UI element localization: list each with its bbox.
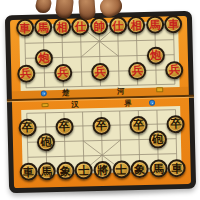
piece-red-c-f7r2[interactable]: 炮 xyxy=(146,46,164,64)
hand-finger xyxy=(78,0,96,21)
piece-black-p-f4r6[interactable]: 卒 xyxy=(92,116,110,134)
piece-black-a-f3r9[interactable]: 士 xyxy=(75,161,93,179)
piece-red-p-f4r3[interactable]: 兵 xyxy=(91,62,109,80)
piece-red-n-f1r0[interactable]: 馬 xyxy=(34,18,52,36)
piece-red-k-f4r0[interactable]: 帥 xyxy=(90,17,108,35)
piece-black-p-f0r6[interactable]: 卒 xyxy=(18,118,36,136)
piece-black-c-f1r7[interactable]: 砲 xyxy=(37,133,55,151)
piece-black-p-f8r6[interactable]: 卒 xyxy=(167,114,185,132)
piece-black-a-f5r9[interactable]: 士 xyxy=(112,160,130,178)
piece-red-b-f6r0[interactable]: 相 xyxy=(127,16,145,34)
piece-black-c-f7r7[interactable]: 砲 xyxy=(148,130,166,148)
piece-red-n-f7r0[interactable]: 馬 xyxy=(146,15,164,33)
hand-finger xyxy=(34,0,53,15)
product-photo-scene: 楚 河 汉 界 車馬相仕帥仕相馬車炮炮兵兵兵兵兵卒卒卒卒卒砲砲車馬象士將士象馬車 xyxy=(0,0,200,200)
piece-black-k-f4r9[interactable]: 將 xyxy=(93,161,111,179)
piece-red-c-f1r2[interactable]: 炮 xyxy=(35,49,53,67)
pieces-layer: 車馬相仕帥仕相馬車炮炮兵兵兵兵兵卒卒卒卒卒砲砲車馬象士將士象馬車 xyxy=(5,11,196,194)
piece-black-r-f8r9[interactable]: 車 xyxy=(168,159,186,177)
piece-red-r-f0r0[interactable]: 車 xyxy=(15,19,33,37)
piece-black-b-f6r9[interactable]: 象 xyxy=(131,160,149,178)
piece-red-r-f8r0[interactable]: 車 xyxy=(164,15,182,33)
piece-black-b-f2r9[interactable]: 象 xyxy=(56,162,74,180)
piece-red-a-f5r0[interactable]: 仕 xyxy=(108,16,126,34)
piece-black-p-f6r6[interactable]: 卒 xyxy=(129,115,147,133)
piece-black-n-f7r9[interactable]: 馬 xyxy=(149,159,167,177)
piece-red-b-f2r0[interactable]: 相 xyxy=(53,18,71,36)
piece-red-p-f0r3[interactable]: 兵 xyxy=(17,64,35,82)
piece-red-p-f2r3[interactable]: 兵 xyxy=(54,63,72,81)
piece-black-r-f0r9[interactable]: 車 xyxy=(19,163,37,181)
piece-black-p-f2r6[interactable]: 卒 xyxy=(55,117,73,135)
xiangqi-board: 楚 河 汉 界 車馬相仕帥仕相馬車炮炮兵兵兵兵兵卒卒卒卒卒砲砲車馬象士將士象馬車 xyxy=(5,11,196,194)
piece-red-p-f8r3[interactable]: 兵 xyxy=(165,60,183,78)
piece-red-p-f6r3[interactable]: 兵 xyxy=(128,61,146,79)
piece-black-n-f1r9[interactable]: 馬 xyxy=(38,162,56,180)
